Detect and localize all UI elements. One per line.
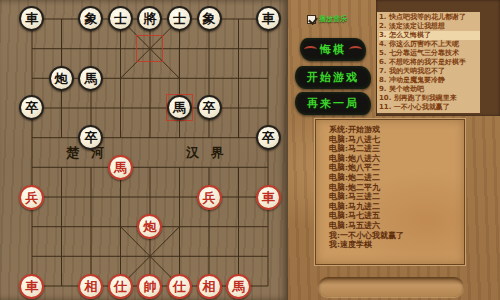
black-piece-象[interactable]: 象 — [78, 6, 103, 31]
black-piece-車[interactable]: 車 — [19, 6, 44, 31]
chat-input-bar[interactable] — [318, 277, 464, 297]
black-piece-車[interactable]: 車 — [256, 6, 281, 31]
black-piece-卒[interactable]: 卒 — [256, 125, 281, 150]
board-point: 馬 — [76, 63, 106, 93]
taunt-phrase-list[interactable]: 1. 快点吧我等的花儿都谢了2. 淡定淡定让我想想3. 怎么又悔棋了4. 你这么… — [377, 12, 480, 113]
red-piece-兵[interactable]: 兵 — [19, 185, 44, 210]
black-piece-卒[interactable]: 卒 — [197, 95, 222, 120]
red-piece-仕[interactable]: 仕 — [167, 274, 192, 299]
black-piece-卒[interactable]: 卒 — [19, 95, 44, 120]
phrase-item[interactable]: 3. 怎么又悔棋了 — [379, 31, 480, 40]
board-point: 卒 — [194, 93, 224, 123]
board-point: 炮 — [47, 63, 77, 93]
board-point: 象 — [194, 4, 224, 34]
board-point: 士 — [106, 4, 136, 34]
red-piece-帥[interactable]: 帥 — [137, 274, 162, 299]
red-piece-相[interactable]: 相 — [197, 274, 222, 299]
board-point: 將 — [135, 4, 165, 34]
phrase-item[interactable]: 10. 别再跑了到我碗里来 — [379, 94, 480, 103]
board-point: 卒 — [76, 123, 106, 153]
board-intersections-grid: 車象士將士象車炮馬卒馬卒卒卒馬兵兵車炮車相仕帥仕相馬 — [17, 4, 283, 300]
music-checkbox[interactable] — [307, 15, 316, 24]
highlight-square — [136, 35, 163, 62]
red-piece-馬[interactable]: 馬 — [226, 274, 251, 299]
board-point: 相 — [76, 271, 106, 300]
phrase-item[interactable]: 1. 快点吧我等的花儿都谢了 — [379, 13, 480, 22]
phrase-item[interactable]: 2. 淡定淡定让我想想 — [379, 22, 480, 31]
black-piece-炮[interactable]: 炮 — [49, 66, 74, 91]
phrase-list-frame: 1. 快点吧我等的花儿都谢了2. 淡定淡定让我想想3. 怎么又悔棋了4. 你这么… — [376, 0, 500, 116]
undo-move-button[interactable]: 悔棋 — [300, 38, 366, 61]
red-piece-車[interactable]: 車 — [256, 185, 281, 210]
music-checkbox-label: 播放音乐 — [319, 14, 347, 24]
phrase-item[interactable]: 9. 哭个啥劲吧 — [379, 85, 480, 94]
black-piece-將[interactable]: 將 — [137, 6, 162, 31]
red-piece-炮[interactable]: 炮 — [137, 214, 162, 239]
move-log-line: 我:速度学棋 — [329, 240, 460, 250]
board-point: 車 — [253, 4, 283, 34]
red-piece-相[interactable]: 相 — [78, 274, 103, 299]
board-point: 馬 — [224, 271, 254, 300]
board-point: 仕 — [165, 271, 195, 300]
board-point: 卒 — [17, 93, 47, 123]
phrase-item[interactable]: 8. 冲动是魔鬼要冷静 — [379, 76, 480, 85]
side-panel: 播放音乐 悔棋 开始游戏 再来一局 1. 快点吧我等的花儿都谢了2. 淡定淡定让… — [288, 0, 500, 300]
black-piece-馬[interactable]: 馬 — [78, 66, 103, 91]
red-piece-馬[interactable]: 馬 — [108, 155, 133, 180]
phrase-item[interactable]: 4. 你这么厉害咋不上天呢 — [379, 40, 480, 49]
black-piece-士[interactable]: 士 — [167, 6, 192, 31]
board-point: 車 — [17, 4, 47, 34]
last-move-highlight — [135, 34, 165, 64]
board-point: 相 — [194, 271, 224, 300]
phrase-item[interactable]: 11. 一不小心我就赢了 — [379, 103, 480, 112]
phrase-item[interactable]: 7. 我的天呐我忍不了 — [379, 67, 480, 76]
black-piece-象[interactable]: 象 — [197, 6, 222, 31]
move-log-panel: 系统:开始游戏电脑:马八进七电脑:马二进三电脑:炮八进六电脑:炮八平二电脑:炮二… — [315, 119, 465, 265]
rematch-button[interactable]: 再来一局 — [295, 92, 371, 115]
black-piece-卒[interactable]: 卒 — [78, 125, 103, 150]
red-piece-車[interactable]: 車 — [19, 274, 44, 299]
start-game-button[interactable]: 开始游戏 — [295, 66, 371, 89]
music-checkbox-row[interactable]: 播放音乐 — [307, 14, 347, 24]
board-point: 帥 — [135, 271, 165, 300]
red-piece-兵[interactable]: 兵 — [197, 185, 222, 210]
board-point: 兵 — [194, 182, 224, 212]
phrase-item[interactable]: 5. 七分靠运气三分靠技术 — [379, 49, 480, 58]
board-point: 炮 — [135, 212, 165, 242]
board-point: 兵 — [17, 182, 47, 212]
board-point: 仕 — [106, 271, 136, 300]
black-piece-士[interactable]: 士 — [108, 6, 133, 31]
board-point: 車 — [253, 182, 283, 212]
xiangqi-board[interactable]: 楚河 汉界 車象士將士象車炮馬卒馬卒卒卒馬兵兵車炮車相仕帥仕相馬 — [0, 0, 288, 300]
board-point: 馬 — [106, 153, 136, 183]
board-point: 車 — [17, 271, 47, 300]
red-piece-仕[interactable]: 仕 — [108, 274, 133, 299]
board-point: 象 — [76, 4, 106, 34]
board-point: 卒 — [253, 123, 283, 153]
xiangqi-app: 楚河 汉界 車象士將士象車炮馬卒馬卒卒卒馬兵兵車炮車相仕帥仕相馬 播放音乐 悔棋… — [0, 0, 500, 300]
phrase-item[interactable]: 6. 不想吃将的我不是好棋手 — [379, 58, 480, 67]
board-point: 士 — [165, 4, 195, 34]
